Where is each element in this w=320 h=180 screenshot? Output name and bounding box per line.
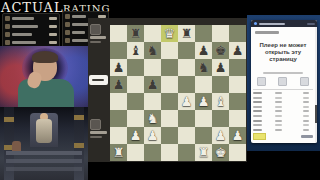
square-f5[interactable] bbox=[195, 76, 212, 93]
piece-white-rook[interactable]: ♜ bbox=[110, 144, 127, 161]
leaderboard-row-icon bbox=[5, 24, 10, 29]
square-a6[interactable]: ♟ bbox=[110, 59, 127, 76]
streamer-hair bbox=[32, 51, 58, 63]
leaderboard-row-text bbox=[12, 17, 34, 20]
square-d8[interactable]: ♛ bbox=[161, 25, 178, 42]
highlighted-table-cell[interactable] bbox=[253, 133, 266, 140]
piece-black-knight[interactable]: ♞ bbox=[144, 42, 161, 59]
square-d2[interactable] bbox=[161, 127, 178, 144]
stats-table-row bbox=[253, 114, 311, 118]
piece-white-pawn[interactable]: ♟ bbox=[195, 93, 212, 110]
square-e2[interactable] bbox=[178, 127, 195, 144]
piece-white-knight[interactable]: ♞ bbox=[144, 110, 161, 127]
square-c3[interactable]: ♞ bbox=[144, 110, 161, 127]
piece-black-king[interactable]: ♚ bbox=[212, 42, 229, 59]
square-d3[interactable] bbox=[161, 110, 178, 127]
throne-steps bbox=[6, 167, 82, 171]
throne-steps bbox=[6, 159, 82, 163]
piece-black-pawn[interactable]: ♟ bbox=[195, 42, 212, 59]
page-breadcrumb bbox=[255, 31, 279, 34]
square-d1[interactable] bbox=[161, 144, 178, 161]
white-clock[interactable] bbox=[89, 75, 108, 85]
player-error-line1: Плеер не может bbox=[251, 42, 315, 49]
statusbar-icons bbox=[301, 135, 313, 138]
square-a8[interactable] bbox=[110, 25, 127, 42]
browser-tab-title[interactable] bbox=[259, 23, 285, 26]
piece-white-queen[interactable]: ♛ bbox=[161, 25, 178, 42]
square-d5[interactable] bbox=[161, 76, 178, 93]
square-e4[interactable]: ♟ bbox=[178, 93, 195, 110]
stats-table-row bbox=[253, 91, 311, 95]
square-f4[interactable]: ♟ bbox=[195, 93, 212, 110]
browser-window[interactable]: Плеер не может открыть эту страницу bbox=[251, 20, 317, 143]
square-b8[interactable]: ♜ bbox=[127, 25, 144, 42]
square-a7[interactable] bbox=[110, 42, 127, 59]
square-f7[interactable]: ♟ bbox=[195, 42, 212, 59]
leaderboard-row-icon bbox=[5, 32, 10, 37]
black-player-rating bbox=[90, 41, 101, 43]
square-b5[interactable] bbox=[127, 76, 144, 93]
white-player-avatar bbox=[90, 119, 101, 130]
square-e8[interactable]: ♜ bbox=[178, 25, 195, 42]
browser-scrollbar[interactable] bbox=[315, 27, 317, 143]
leaderboard-row-icon bbox=[5, 16, 10, 21]
leaderboard-row-icon bbox=[65, 22, 70, 27]
leaderboard-row-icon bbox=[5, 40, 10, 45]
square-g8[interactable] bbox=[212, 25, 229, 42]
window-control-buttons[interactable] bbox=[307, 23, 315, 25]
white-player-rating bbox=[90, 136, 102, 138]
leaderboard-row-icon bbox=[65, 14, 70, 19]
piece-black-pawn[interactable]: ♟ bbox=[212, 59, 229, 76]
square-b1[interactable] bbox=[127, 144, 144, 161]
player-error-line2: открыть эту страницу bbox=[251, 49, 315, 63]
chess-board[interactable]: ♜♛♜♝♞♟♚♟♟♞♟♟♟♟♟♝♞♟♟♟♟♜♜♚ bbox=[110, 25, 246, 161]
piece-white-king[interactable]: ♚ bbox=[212, 144, 229, 161]
stats-table-row bbox=[253, 96, 311, 100]
square-h8[interactable] bbox=[229, 25, 246, 42]
leaderboard-row-value bbox=[49, 17, 57, 20]
piece-white-pawn[interactable]: ♟ bbox=[144, 127, 161, 144]
piece-black-pawn[interactable]: ♟ bbox=[110, 59, 127, 76]
stats-table-row bbox=[253, 128, 311, 132]
leaderboard-row bbox=[5, 23, 57, 30]
leaderboard-row bbox=[5, 15, 57, 22]
square-b4[interactable] bbox=[127, 93, 144, 110]
column-gold-band bbox=[74, 143, 84, 148]
stats-table-row bbox=[253, 123, 311, 127]
square-g7[interactable]: ♚ bbox=[212, 42, 229, 59]
square-e5[interactable] bbox=[178, 76, 195, 93]
table-column-icon[interactable] bbox=[278, 77, 287, 86]
column-header-icons bbox=[251, 77, 315, 86]
square-a2[interactable] bbox=[110, 127, 127, 144]
square-e3[interactable] bbox=[178, 110, 195, 127]
column-gold-band bbox=[4, 117, 14, 122]
piece-black-rook[interactable]: ♜ bbox=[178, 25, 195, 42]
square-f6[interactable]: ♞ bbox=[195, 59, 212, 76]
square-c8[interactable] bbox=[144, 25, 161, 42]
table-column-icon[interactable] bbox=[257, 77, 266, 86]
square-g6[interactable]: ♟ bbox=[212, 59, 229, 76]
square-c1[interactable] bbox=[144, 144, 161, 161]
square-f8[interactable] bbox=[195, 25, 212, 42]
square-a1[interactable]: ♜ bbox=[110, 144, 127, 161]
piece-white-pawn[interactable]: ♟ bbox=[178, 93, 195, 110]
leaderboard-row-icon bbox=[65, 38, 70, 43]
table-divider bbox=[253, 89, 313, 90]
square-g3[interactable] bbox=[212, 110, 229, 127]
white-clock-time bbox=[92, 79, 104, 81]
scrollbar-thumb[interactable] bbox=[315, 105, 317, 123]
square-f3[interactable] bbox=[195, 110, 212, 127]
stats-table-row bbox=[253, 119, 311, 123]
leaderboard-row-text bbox=[72, 23, 89, 26]
piece-black-rook[interactable]: ♜ bbox=[127, 25, 144, 42]
throne-steps bbox=[6, 151, 82, 155]
square-d7[interactable] bbox=[161, 42, 178, 59]
square-a5[interactable]: ♟ bbox=[110, 76, 127, 93]
square-e7[interactable] bbox=[178, 42, 195, 59]
leaderboard-row-text bbox=[72, 31, 85, 34]
stream-frame: ACTUAL RATING bbox=[0, 0, 320, 180]
square-h4[interactable] bbox=[229, 93, 246, 110]
chess-app-window: ♜♛♜♝♞♟♚♟♟♞♟♟♟♟♟♝♞♟♟♟♟♜♜♚ bbox=[88, 18, 247, 162]
black-player-avatar bbox=[90, 24, 101, 35]
piece-black-bishop[interactable]: ♝ bbox=[127, 42, 144, 59]
browser-tab-favicon bbox=[254, 22, 257, 25]
webcam-feed bbox=[0, 46, 88, 107]
piece-white-pawn[interactable]: ♟ bbox=[229, 127, 246, 144]
black-player-name bbox=[90, 36, 106, 39]
square-a3[interactable] bbox=[110, 110, 127, 127]
square-d6[interactable] bbox=[161, 59, 178, 76]
piece-white-pawn[interactable]: ♟ bbox=[212, 127, 229, 144]
white-player-name bbox=[90, 131, 107, 134]
piece-white-rook[interactable]: ♜ bbox=[195, 144, 212, 161]
piece-white-pawn[interactable]: ♟ bbox=[127, 127, 144, 144]
leaderboard-row bbox=[5, 31, 57, 38]
leaderboard-row-text bbox=[12, 33, 32, 36]
square-e1[interactable] bbox=[178, 144, 195, 161]
column-gold-band bbox=[74, 115, 84, 120]
table-column-icon[interactable] bbox=[300, 77, 309, 86]
square-h3[interactable] bbox=[229, 110, 246, 127]
square-b7[interactable]: ♝ bbox=[127, 42, 144, 59]
piece-black-pawn[interactable]: ♟ bbox=[110, 76, 127, 93]
square-a4[interactable] bbox=[110, 93, 127, 110]
leaderboard-row-value bbox=[49, 41, 57, 44]
square-b6[interactable] bbox=[127, 59, 144, 76]
piece-black-pawn[interactable]: ♟ bbox=[144, 76, 161, 93]
throne-artwork bbox=[0, 107, 88, 180]
square-g5[interactable] bbox=[212, 76, 229, 93]
leaderboard-row-text bbox=[12, 41, 36, 44]
square-h7[interactable]: ♟ bbox=[229, 42, 246, 59]
leaderboard-row-value bbox=[49, 33, 57, 36]
square-e6[interactable] bbox=[178, 59, 195, 76]
square-g2[interactable]: ♟ bbox=[212, 127, 229, 144]
square-g4[interactable]: ♝ bbox=[212, 93, 229, 110]
square-c6[interactable] bbox=[144, 59, 161, 76]
square-c2[interactable]: ♟ bbox=[144, 127, 161, 144]
leaderboard-row-text bbox=[72, 15, 86, 18]
desktop-background: Плеер не может открыть эту страницу bbox=[247, 15, 320, 151]
square-b2[interactable]: ♟ bbox=[127, 127, 144, 144]
piece-white-bishop[interactable]: ♝ bbox=[212, 93, 229, 110]
square-h5[interactable] bbox=[229, 76, 246, 93]
square-c7[interactable]: ♞ bbox=[144, 42, 161, 59]
square-f1[interactable]: ♜ bbox=[195, 144, 212, 161]
square-h2[interactable]: ♟ bbox=[229, 127, 246, 144]
square-h1[interactable] bbox=[229, 144, 246, 161]
stats-table-row bbox=[253, 100, 311, 104]
square-g1[interactable]: ♚ bbox=[212, 144, 229, 161]
leaderboard-row-text bbox=[12, 25, 38, 28]
square-b3[interactable] bbox=[127, 110, 144, 127]
leaderboard-row bbox=[5, 39, 57, 46]
error-subtext bbox=[263, 72, 303, 74]
square-c5[interactable]: ♟ bbox=[144, 76, 161, 93]
square-h6[interactable] bbox=[229, 59, 246, 76]
square-f2[interactable] bbox=[195, 127, 212, 144]
stats-table-row bbox=[253, 109, 311, 113]
piece-black-pawn[interactable]: ♟ bbox=[229, 42, 246, 59]
square-d4[interactable] bbox=[161, 93, 178, 110]
square-c4[interactable] bbox=[144, 93, 161, 110]
leaderboard-row-value bbox=[49, 25, 57, 28]
leaderboard-row-icon bbox=[65, 30, 70, 35]
browser-titlebar[interactable] bbox=[251, 20, 317, 27]
throne-king bbox=[36, 119, 52, 143]
piece-black-knight[interactable]: ♞ bbox=[195, 59, 212, 76]
leaderboard-row-text bbox=[72, 39, 88, 42]
stats-table-row bbox=[253, 105, 311, 109]
